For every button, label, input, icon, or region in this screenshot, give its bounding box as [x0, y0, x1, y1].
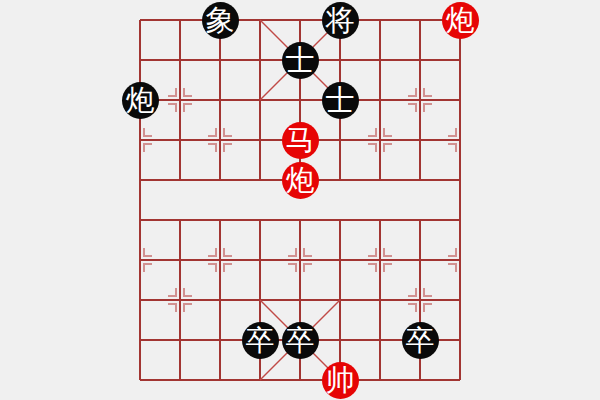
black-general[interactable]: 将	[322, 2, 359, 39]
black-advisor[interactable]: 士	[282, 42, 319, 79]
piece-label: 马	[286, 126, 315, 155]
piece-label: 炮	[446, 6, 475, 35]
red-cannon[interactable]: 炮	[282, 162, 319, 199]
black-pawn[interactable]: 卒	[402, 322, 439, 359]
piece-label: 卒	[286, 326, 315, 355]
piece-label: 士	[286, 46, 315, 75]
black-advisor[interactable]: 士	[322, 82, 359, 119]
piece-label: 象	[206, 6, 235, 35]
pieces-layer: 象将炮士炮士马炮卒卒卒帅	[120, 0, 480, 400]
piece-label: 帅	[326, 366, 355, 395]
piece-label: 士	[326, 86, 355, 115]
black-elephant[interactable]: 象	[202, 2, 239, 39]
red-horse[interactable]: 马	[282, 122, 319, 159]
piece-label: 将	[326, 6, 355, 35]
black-pawn[interactable]: 卒	[242, 322, 279, 359]
black-cannon[interactable]: 炮	[122, 82, 159, 119]
red-cannon[interactable]: 炮	[442, 2, 479, 39]
piece-label: 炮	[126, 86, 155, 115]
piece-label: 卒	[406, 326, 435, 355]
piece-label: 炮	[286, 166, 315, 195]
piece-label: 卒	[246, 326, 275, 355]
xiangqi-board: 象将炮士炮士马炮卒卒卒帅	[0, 0, 600, 400]
red-general[interactable]: 帅	[322, 362, 359, 399]
black-pawn[interactable]: 卒	[282, 322, 319, 359]
